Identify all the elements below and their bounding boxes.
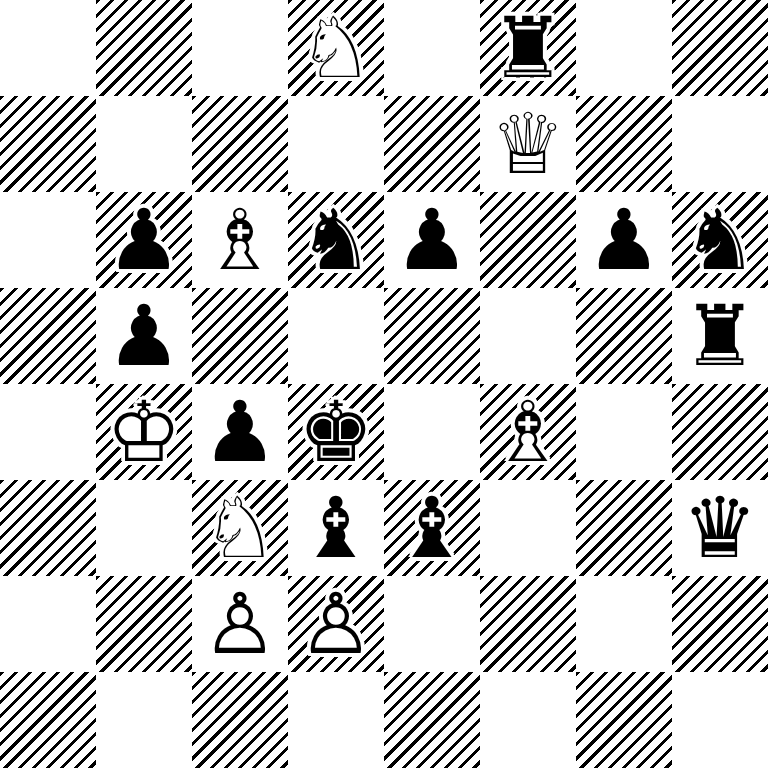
square-d1[interactable] <box>288 672 384 768</box>
square-f5[interactable] <box>480 288 576 384</box>
square-g4[interactable] <box>576 384 672 480</box>
piece-white-knight-c3[interactable]: ♞♘ <box>192 480 288 576</box>
piece-white-pawn-d2[interactable]: ♟♙ <box>288 576 384 672</box>
square-d5[interactable] <box>288 288 384 384</box>
square-d4[interactable]: ♚♚ <box>288 384 384 480</box>
white-queen-icon: ♕ <box>480 96 576 192</box>
black-queen-icon: ♛ <box>672 480 768 576</box>
square-e6[interactable]: ♟♟ <box>384 192 480 288</box>
piece-black-pawn-e6[interactable]: ♟♟ <box>384 192 480 288</box>
square-f6[interactable] <box>480 192 576 288</box>
square-f3[interactable] <box>480 480 576 576</box>
piece-black-rook-f8[interactable]: ♜♜ <box>480 0 576 96</box>
square-b6[interactable]: ♟♟ <box>96 192 192 288</box>
square-c8[interactable] <box>192 0 288 96</box>
piece-black-knight-d6[interactable]: ♞♞ <box>288 192 384 288</box>
square-d6[interactable]: ♞♞ <box>288 192 384 288</box>
black-pawn-icon: ♟ <box>192 384 288 480</box>
black-pawn-icon: ♟ <box>384 192 480 288</box>
square-a2[interactable] <box>0 576 96 672</box>
white-king-icon: ♔ <box>96 384 192 480</box>
square-g7[interactable] <box>576 96 672 192</box>
piece-black-queen-h3[interactable]: ♛♛ <box>672 480 768 576</box>
square-f2[interactable] <box>480 576 576 672</box>
square-h8[interactable] <box>672 0 768 96</box>
square-h1[interactable] <box>672 672 768 768</box>
black-pawn-icon: ♟ <box>96 288 192 384</box>
square-g3[interactable] <box>576 480 672 576</box>
square-c2[interactable]: ♟♙ <box>192 576 288 672</box>
square-h6[interactable]: ♞♞ <box>672 192 768 288</box>
square-e8[interactable] <box>384 0 480 96</box>
square-f7[interactable]: ♛♕ <box>480 96 576 192</box>
piece-white-pawn-c2[interactable]: ♟♙ <box>192 576 288 672</box>
square-g5[interactable] <box>576 288 672 384</box>
black-pawn-icon: ♟ <box>96 192 192 288</box>
square-b7[interactable] <box>96 96 192 192</box>
piece-black-pawn-c4[interactable]: ♟♟ <box>192 384 288 480</box>
piece-black-pawn-b6[interactable]: ♟♟ <box>96 192 192 288</box>
square-c3[interactable]: ♞♘ <box>192 480 288 576</box>
square-d3[interactable]: ♝♝ <box>288 480 384 576</box>
piece-white-bishop-c6[interactable]: ♝♗ <box>192 192 288 288</box>
piece-black-bishop-e3[interactable]: ♝♝ <box>384 480 480 576</box>
square-b1[interactable] <box>96 672 192 768</box>
square-g1[interactable] <box>576 672 672 768</box>
square-f8[interactable]: ♜♜ <box>480 0 576 96</box>
square-b8[interactable] <box>96 0 192 96</box>
square-e2[interactable] <box>384 576 480 672</box>
square-g6[interactable]: ♟♟ <box>576 192 672 288</box>
square-b3[interactable] <box>96 480 192 576</box>
black-bishop-icon: ♝ <box>288 480 384 576</box>
square-f4[interactable]: ♝♗ <box>480 384 576 480</box>
black-knight-icon: ♞ <box>288 192 384 288</box>
square-d2[interactable]: ♟♙ <box>288 576 384 672</box>
black-knight-icon: ♞ <box>672 192 768 288</box>
square-a5[interactable] <box>0 288 96 384</box>
square-h4[interactable] <box>672 384 768 480</box>
black-king-icon: ♚ <box>288 384 384 480</box>
piece-black-bishop-d3[interactable]: ♝♝ <box>288 480 384 576</box>
square-h3[interactable]: ♛♛ <box>672 480 768 576</box>
square-e5[interactable] <box>384 288 480 384</box>
black-rook-icon: ♜ <box>672 288 768 384</box>
piece-black-king-d4[interactable]: ♚♚ <box>288 384 384 480</box>
square-h5[interactable]: ♜♜ <box>672 288 768 384</box>
square-a7[interactable] <box>0 96 96 192</box>
piece-black-pawn-g6[interactable]: ♟♟ <box>576 192 672 288</box>
square-b4[interactable]: ♚♔ <box>96 384 192 480</box>
square-g2[interactable] <box>576 576 672 672</box>
square-e1[interactable] <box>384 672 480 768</box>
square-e3[interactable]: ♝♝ <box>384 480 480 576</box>
piece-white-king-b4[interactable]: ♚♔ <box>96 384 192 480</box>
piece-white-knight-d8[interactable]: ♞♘ <box>288 0 384 96</box>
square-h7[interactable] <box>672 96 768 192</box>
white-pawn-icon: ♙ <box>288 576 384 672</box>
square-b5[interactable]: ♟♟ <box>96 288 192 384</box>
square-c6[interactable]: ♝♗ <box>192 192 288 288</box>
black-rook-icon: ♜ <box>480 0 576 96</box>
square-e7[interactable] <box>384 96 480 192</box>
square-a4[interactable] <box>0 384 96 480</box>
square-a8[interactable] <box>0 0 96 96</box>
square-c5[interactable] <box>192 288 288 384</box>
square-c4[interactable]: ♟♟ <box>192 384 288 480</box>
square-c7[interactable] <box>192 96 288 192</box>
piece-white-queen-f7[interactable]: ♛♕ <box>480 96 576 192</box>
square-e4[interactable] <box>384 384 480 480</box>
white-bishop-icon: ♗ <box>480 384 576 480</box>
square-g8[interactable] <box>576 0 672 96</box>
square-h2[interactable] <box>672 576 768 672</box>
square-f1[interactable] <box>480 672 576 768</box>
piece-black-knight-h6[interactable]: ♞♞ <box>672 192 768 288</box>
chess-board: ♞♘♜♜♛♕♟♟♝♗♞♞♟♟♟♟♞♞♟♟♜♜♚♔♟♟♚♚♝♗♞♘♝♝♝♝♛♛♟♙… <box>0 0 768 768</box>
square-d8[interactable]: ♞♘ <box>288 0 384 96</box>
black-pawn-icon: ♟ <box>576 192 672 288</box>
square-d7[interactable] <box>288 96 384 192</box>
piece-black-rook-h5[interactable]: ♜♜ <box>672 288 768 384</box>
white-pawn-icon: ♙ <box>192 576 288 672</box>
white-bishop-icon: ♗ <box>192 192 288 288</box>
square-b2[interactable] <box>96 576 192 672</box>
black-bishop-icon: ♝ <box>384 480 480 576</box>
piece-white-bishop-f4[interactable]: ♝♗ <box>480 384 576 480</box>
square-a3[interactable] <box>0 480 96 576</box>
piece-black-pawn-b5[interactable]: ♟♟ <box>96 288 192 384</box>
chess-diagram: ♞♘♜♜♛♕♟♟♝♗♞♞♟♟♟♟♞♞♟♟♜♜♚♔♟♟♚♚♝♗♞♘♝♝♝♝♛♛♟♙… <box>0 0 768 768</box>
square-a1[interactable] <box>0 672 96 768</box>
white-knight-icon: ♘ <box>192 480 288 576</box>
square-a6[interactable] <box>0 192 96 288</box>
white-knight-icon: ♘ <box>288 0 384 96</box>
square-c1[interactable] <box>192 672 288 768</box>
